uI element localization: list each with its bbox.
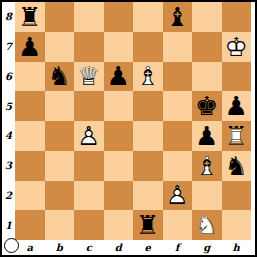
- side-to-move-indicator: [4, 238, 19, 253]
- square-b7[interactable]: [45, 32, 75, 62]
- right-margin: [251, 151, 255, 181]
- piece-white-pawn: ♟♙: [75, 122, 103, 150]
- piece-white-queen: ♛♕: [75, 62, 103, 90]
- square-e7[interactable]: [133, 32, 163, 62]
- piece-white-pawn: ♟♙: [163, 181, 191, 209]
- square-e2[interactable]: [133, 181, 163, 211]
- square-c5[interactable]: [74, 91, 104, 121]
- square-g4[interactable]: ♟: [192, 121, 222, 151]
- square-d5[interactable]: [104, 91, 134, 121]
- piece-black-rook: ♜: [16, 3, 44, 31]
- square-g5[interactable]: ♚: [192, 91, 222, 121]
- square-b1[interactable]: [45, 210, 75, 240]
- square-h6[interactable]: [222, 62, 252, 92]
- square-h2[interactable]: [222, 181, 252, 211]
- square-f1[interactable]: [163, 210, 193, 240]
- rank-label-7: 7: [2, 32, 15, 62]
- piece-black-knight: ♞: [222, 152, 250, 180]
- piece-black-knight: ♞: [45, 62, 73, 90]
- square-f4[interactable]: [163, 121, 193, 151]
- right-margin: [251, 181, 255, 211]
- square-a7[interactable]: ♟: [15, 32, 45, 62]
- square-b8[interactable]: [45, 2, 75, 32]
- square-c8[interactable]: [74, 2, 104, 32]
- square-h8[interactable]: [222, 2, 252, 32]
- square-e8[interactable]: [133, 2, 163, 32]
- rank-label-8: 8: [2, 2, 15, 32]
- rank-label-2: 2: [2, 181, 15, 211]
- file-label-b: b: [45, 240, 75, 255]
- file-label-c: c: [74, 240, 104, 255]
- square-f3[interactable]: [163, 151, 193, 181]
- square-f7[interactable]: [163, 32, 193, 62]
- rank-label-6: 6: [2, 62, 15, 92]
- piece-white-rook: ♜♖: [222, 122, 250, 150]
- piece-white-bishop: ♝♗: [193, 152, 221, 180]
- square-c7[interactable]: [74, 32, 104, 62]
- file-label-h: h: [222, 240, 252, 255]
- right-margin: [251, 91, 255, 121]
- square-h3[interactable]: ♞: [222, 151, 252, 181]
- right-margin: [251, 2, 255, 32]
- piece-black-pawn: ♟: [16, 33, 44, 61]
- right-margin: [251, 32, 255, 62]
- square-b5[interactable]: [45, 91, 75, 121]
- square-e5[interactable]: [133, 91, 163, 121]
- square-c2[interactable]: [74, 181, 104, 211]
- square-g1[interactable]: ♞♘: [192, 210, 222, 240]
- bottom-right-margin: [251, 240, 255, 255]
- square-d3[interactable]: [104, 151, 134, 181]
- square-c6[interactable]: ♛♕: [74, 62, 104, 92]
- file-label-a: a: [15, 240, 45, 255]
- square-a2[interactable]: [15, 181, 45, 211]
- right-margin: [251, 210, 255, 240]
- file-label-d: d: [104, 240, 134, 255]
- right-margin: [251, 62, 255, 92]
- square-b2[interactable]: [45, 181, 75, 211]
- square-a5[interactable]: [15, 91, 45, 121]
- rank-label-3: 3: [2, 151, 15, 181]
- piece-white-bishop: ♝♗: [134, 62, 162, 90]
- square-e6[interactable]: ♝♗: [133, 62, 163, 92]
- board-grid: 8♜♝7♟♚♔6♞♛♕♟♝♗5♚♟4♟♙♟♜♖3♝♗♞2♟♙1♜♞♘abcdef…: [2, 2, 255, 255]
- square-a8[interactable]: ♜: [15, 2, 45, 32]
- square-a1[interactable]: [15, 210, 45, 240]
- square-d8[interactable]: [104, 2, 134, 32]
- square-d6[interactable]: ♟: [104, 62, 134, 92]
- square-f6[interactable]: [163, 62, 193, 92]
- square-d4[interactable]: [104, 121, 134, 151]
- square-f5[interactable]: [163, 91, 193, 121]
- piece-black-king: ♚: [193, 92, 221, 120]
- square-g3[interactable]: ♝♗: [192, 151, 222, 181]
- square-b3[interactable]: [45, 151, 75, 181]
- square-g2[interactable]: [192, 181, 222, 211]
- file-label-f: f: [163, 240, 193, 255]
- piece-black-pawn: ♟: [193, 122, 221, 150]
- square-d2[interactable]: [104, 181, 134, 211]
- file-label-e: e: [133, 240, 163, 255]
- square-g7[interactable]: [192, 32, 222, 62]
- piece-black-rook: ♜: [134, 211, 162, 239]
- square-h4[interactable]: ♜♖: [222, 121, 252, 151]
- square-e4[interactable]: [133, 121, 163, 151]
- square-e3[interactable]: [133, 151, 163, 181]
- square-f8[interactable]: ♝: [163, 2, 193, 32]
- right-margin: [251, 121, 255, 151]
- chess-board-diagram: 8♜♝7♟♚♔6♞♛♕♟♝♗5♚♟4♟♙♟♜♖3♝♗♞2♟♙1♜♞♘abcdef…: [0, 0, 257, 257]
- square-c3[interactable]: [74, 151, 104, 181]
- square-e1[interactable]: ♜: [133, 210, 163, 240]
- square-f2[interactable]: ♟♙: [163, 181, 193, 211]
- square-c4[interactable]: ♟♙: [74, 121, 104, 151]
- square-a3[interactable]: [15, 151, 45, 181]
- square-d1[interactable]: [104, 210, 134, 240]
- square-g8[interactable]: [192, 2, 222, 32]
- piece-white-knight: ♞♘: [193, 211, 221, 239]
- rank-label-1: 1: [2, 210, 15, 240]
- square-h5[interactable]: ♟: [222, 91, 252, 121]
- rank-label-5: 5: [2, 91, 15, 121]
- square-d7[interactable]: [104, 32, 134, 62]
- square-a6[interactable]: [15, 62, 45, 92]
- rank-label-4: 4: [2, 121, 15, 151]
- square-h7[interactable]: ♚♔: [222, 32, 252, 62]
- square-h1[interactable]: [222, 210, 252, 240]
- square-b6[interactable]: ♞: [45, 62, 75, 92]
- piece-black-pawn: ♟: [222, 92, 250, 120]
- square-c1[interactable]: [74, 210, 104, 240]
- square-a4[interactable]: [15, 121, 45, 151]
- piece-black-bishop: ♝: [163, 3, 191, 31]
- piece-black-pawn: ♟: [104, 62, 132, 90]
- file-label-g: g: [192, 240, 222, 255]
- square-b4[interactable]: [45, 121, 75, 151]
- square-g6[interactable]: [192, 62, 222, 92]
- piece-white-king: ♚♔: [222, 33, 250, 61]
